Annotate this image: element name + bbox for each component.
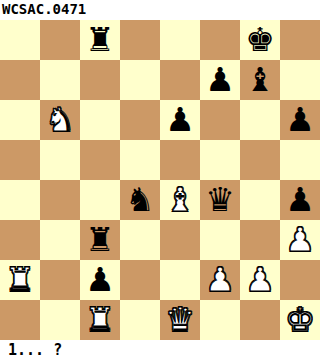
square-h1[interactable]: ♚	[280, 300, 320, 340]
square-b2[interactable]	[40, 260, 80, 300]
square-g7[interactable]: ♝	[240, 60, 280, 100]
square-e5[interactable]	[160, 140, 200, 180]
white-knight-icon: ♞	[45, 100, 75, 140]
square-d6[interactable]	[120, 100, 160, 140]
square-e4[interactable]: ♝	[160, 180, 200, 220]
square-e1[interactable]: ♛	[160, 300, 200, 340]
square-a3[interactable]	[0, 220, 40, 260]
move-prompt: 1... ?	[0, 340, 320, 360]
square-d1[interactable]	[120, 300, 160, 340]
square-b8[interactable]	[40, 20, 80, 60]
square-c6[interactable]	[80, 100, 120, 140]
square-b4[interactable]	[40, 180, 80, 220]
square-e2[interactable]	[160, 260, 200, 300]
square-f6[interactable]	[200, 100, 240, 140]
white-rook-icon: ♜	[5, 260, 35, 300]
square-a1[interactable]	[0, 300, 40, 340]
black-king-icon: ♚	[245, 20, 275, 60]
square-g3[interactable]	[240, 220, 280, 260]
square-a6[interactable]	[0, 100, 40, 140]
square-c2[interactable]: ♟	[80, 260, 120, 300]
black-queen-icon: ♛	[205, 180, 235, 220]
square-f7[interactable]: ♟	[200, 60, 240, 100]
square-a4[interactable]	[0, 180, 40, 220]
square-h6[interactable]: ♟	[280, 100, 320, 140]
square-b1[interactable]	[40, 300, 80, 340]
white-queen-icon: ♛	[165, 300, 195, 340]
square-h3[interactable]: ♟	[280, 220, 320, 260]
white-king-icon: ♚	[285, 300, 315, 340]
square-c4[interactable]	[80, 180, 120, 220]
black-pawn-icon: ♟	[285, 100, 315, 140]
square-e6[interactable]: ♟	[160, 100, 200, 140]
square-b6[interactable]: ♞	[40, 100, 80, 140]
black-rook-icon: ♜	[85, 20, 115, 60]
square-g2[interactable]: ♟	[240, 260, 280, 300]
white-pawn-icon: ♟	[285, 220, 315, 260]
black-pawn-icon: ♟	[165, 100, 195, 140]
square-a2[interactable]: ♜	[0, 260, 40, 300]
square-a5[interactable]	[0, 140, 40, 180]
square-h5[interactable]	[280, 140, 320, 180]
square-e7[interactable]	[160, 60, 200, 100]
white-pawn-icon: ♟	[205, 260, 235, 300]
white-rook-icon: ♜	[85, 300, 115, 340]
square-f3[interactable]	[200, 220, 240, 260]
square-g1[interactable]	[240, 300, 280, 340]
square-c7[interactable]	[80, 60, 120, 100]
square-c8[interactable]: ♜	[80, 20, 120, 60]
square-f2[interactable]: ♟	[200, 260, 240, 300]
square-h7[interactable]	[280, 60, 320, 100]
square-d5[interactable]	[120, 140, 160, 180]
square-g4[interactable]	[240, 180, 280, 220]
square-c1[interactable]: ♜	[80, 300, 120, 340]
black-pawn-icon: ♟	[285, 180, 315, 220]
black-pawn-icon: ♟	[85, 260, 115, 300]
square-e8[interactable]	[160, 20, 200, 60]
square-b5[interactable]	[40, 140, 80, 180]
square-f8[interactable]	[200, 20, 240, 60]
square-d4[interactable]: ♞	[120, 180, 160, 220]
square-g8[interactable]: ♚	[240, 20, 280, 60]
puzzle-title: WCSAC.0471	[0, 0, 320, 20]
black-bishop-icon: ♝	[245, 60, 275, 100]
square-b3[interactable]	[40, 220, 80, 260]
square-d8[interactable]	[120, 20, 160, 60]
black-knight-icon: ♞	[125, 180, 155, 220]
square-d7[interactable]	[120, 60, 160, 100]
square-d3[interactable]	[120, 220, 160, 260]
square-b7[interactable]	[40, 60, 80, 100]
square-e3[interactable]	[160, 220, 200, 260]
square-f5[interactable]	[200, 140, 240, 180]
square-h4[interactable]: ♟	[280, 180, 320, 220]
chess-board: ♜♚♟♝♞♟♟♞♝♛♟♜♟♜♟♟♟♜♛♚	[0, 20, 320, 340]
square-f1[interactable]	[200, 300, 240, 340]
square-h2[interactable]	[280, 260, 320, 300]
white-pawn-icon: ♟	[245, 260, 275, 300]
white-bishop-icon: ♝	[165, 180, 195, 220]
square-d2[interactable]	[120, 260, 160, 300]
square-a8[interactable]	[0, 20, 40, 60]
square-c3[interactable]: ♜	[80, 220, 120, 260]
square-c5[interactable]	[80, 140, 120, 180]
square-g6[interactable]	[240, 100, 280, 140]
black-rook-icon: ♜	[85, 220, 115, 260]
black-pawn-icon: ♟	[205, 60, 235, 100]
square-a7[interactable]	[0, 60, 40, 100]
square-f4[interactable]: ♛	[200, 180, 240, 220]
square-g5[interactable]	[240, 140, 280, 180]
square-h8[interactable]	[280, 20, 320, 60]
